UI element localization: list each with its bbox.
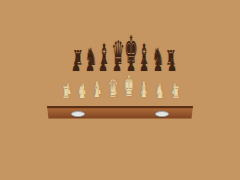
chess-set-photo: ♜♞♝♛♚♝♞♜♟♟♟♟♟♟♟♟♟♟♟♟♟♟♟♟♜♞♝♛♚♝♞♜ [0, 0, 240, 180]
clasp-right-icon [155, 111, 169, 117]
clasp-left-icon [71, 111, 85, 117]
square-h1 [0, 0, 240, 180]
